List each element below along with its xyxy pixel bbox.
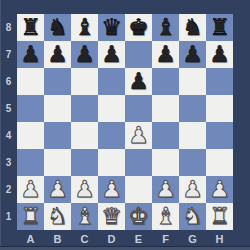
square-c8[interactable]: ♝: [71, 14, 98, 41]
white-pawn: ♟: [47, 176, 68, 203]
white-pawn: ♟: [155, 176, 176, 203]
white-pawn: ♟: [101, 176, 122, 203]
black-pawn: ♟: [209, 41, 230, 68]
square-a1[interactable]: ♜: [17, 203, 44, 230]
white-pawn: ♟: [182, 176, 203, 203]
square-e2[interactable]: [125, 176, 152, 203]
square-b3[interactable]: [44, 149, 71, 176]
square-g7[interactable]: ♟: [179, 41, 206, 68]
square-b4[interactable]: [44, 122, 71, 149]
square-f3[interactable]: [152, 149, 179, 176]
black-knight: ♞: [47, 14, 68, 41]
square-a8[interactable]: ♜: [17, 14, 44, 41]
square-h4[interactable]: [206, 122, 233, 149]
square-c4[interactable]: [71, 122, 98, 149]
white-pawn: ♟: [74, 176, 95, 203]
square-f7[interactable]: ♟: [152, 41, 179, 68]
black-pawn: ♟: [155, 41, 176, 68]
square-f5[interactable]: [152, 95, 179, 122]
square-a3[interactable]: [17, 149, 44, 176]
black-pawn: ♟: [47, 41, 68, 68]
square-e6[interactable]: ♟: [125, 68, 152, 95]
square-f1[interactable]: ♝: [152, 203, 179, 230]
rank-label-4: 4: [0, 122, 17, 149]
square-h6[interactable]: [206, 68, 233, 95]
black-knight: ♞: [182, 14, 203, 41]
black-rook: ♜: [20, 14, 41, 41]
square-b2[interactable]: ♟: [44, 176, 71, 203]
rank-label-1: 1: [0, 203, 17, 230]
square-a4[interactable]: [17, 122, 44, 149]
square-d4[interactable]: [98, 122, 125, 149]
square-c6[interactable]: [71, 68, 98, 95]
square-a5[interactable]: [17, 95, 44, 122]
white-rook: ♜: [20, 203, 41, 230]
chess-board: ♜♞♝♛♚♝♞♜♟♟♟♟♟♟♟♟♟♟♟♟♟♟♟♟♜♞♝♛♚♝♞♜: [17, 14, 233, 230]
square-e4[interactable]: ♟: [125, 122, 152, 149]
square-f4[interactable]: [152, 122, 179, 149]
black-bishop: ♝: [155, 14, 176, 41]
square-g8[interactable]: ♞: [179, 14, 206, 41]
square-h2[interactable]: ♟: [206, 176, 233, 203]
square-h3[interactable]: [206, 149, 233, 176]
file-labels: ABCDEFGH: [17, 231, 233, 247]
black-rook: ♜: [209, 14, 230, 41]
square-b7[interactable]: ♟: [44, 41, 71, 68]
square-g5[interactable]: [179, 95, 206, 122]
square-h5[interactable]: [206, 95, 233, 122]
square-c2[interactable]: ♟: [71, 176, 98, 203]
file-label-a: A: [17, 231, 44, 247]
square-c5[interactable]: [71, 95, 98, 122]
black-king: ♚: [128, 14, 149, 41]
square-e3[interactable]: [125, 149, 152, 176]
white-bishop: ♝: [74, 203, 95, 230]
file-label-h: H: [206, 231, 233, 247]
square-h8[interactable]: ♜: [206, 14, 233, 41]
file-label-b: B: [44, 231, 71, 247]
square-c7[interactable]: ♟: [71, 41, 98, 68]
square-e1[interactable]: ♚: [125, 203, 152, 230]
square-g6[interactable]: [179, 68, 206, 95]
square-f2[interactable]: ♟: [152, 176, 179, 203]
black-queen: ♛: [101, 14, 122, 41]
rank-label-7: 7: [0, 41, 17, 68]
square-d3[interactable]: [98, 149, 125, 176]
square-d2[interactable]: ♟: [98, 176, 125, 203]
white-pawn: ♟: [209, 176, 230, 203]
square-b5[interactable]: [44, 95, 71, 122]
black-pawn: ♟: [20, 41, 41, 68]
square-a7[interactable]: ♟: [17, 41, 44, 68]
square-e8[interactable]: ♚: [125, 14, 152, 41]
square-d1[interactable]: ♛: [98, 203, 125, 230]
file-label-f: F: [152, 231, 179, 247]
file-label-d: D: [98, 231, 125, 247]
white-king: ♚: [128, 203, 149, 230]
file-label-c: C: [71, 231, 98, 247]
square-g4[interactable]: [179, 122, 206, 149]
square-h1[interactable]: ♜: [206, 203, 233, 230]
white-pawn: ♟: [128, 122, 149, 149]
square-f6[interactable]: [152, 68, 179, 95]
white-knight: ♞: [182, 203, 203, 230]
rank-labels: 87654321: [0, 14, 17, 230]
black-pawn: ♟: [182, 41, 203, 68]
black-bishop: ♝: [74, 14, 95, 41]
square-g1[interactable]: ♞: [179, 203, 206, 230]
rank-label-5: 5: [0, 95, 17, 122]
black-pawn: ♟: [128, 68, 149, 95]
rank-label-2: 2: [0, 176, 17, 203]
square-a6[interactable]: [17, 68, 44, 95]
square-d8[interactable]: ♛: [98, 14, 125, 41]
rank-label-6: 6: [0, 68, 17, 95]
square-a2[interactable]: ♟: [17, 176, 44, 203]
square-e5[interactable]: [125, 95, 152, 122]
rank-label-3: 3: [0, 149, 17, 176]
black-pawn: ♟: [74, 41, 95, 68]
rank-label-8: 8: [0, 14, 17, 41]
chess-board-widget: 87654321 ♜♞♝♛♚♝♞♜♟♟♟♟♟♟♟♟♟♟♟♟♟♟♟♟♜♞♝♛♚♝♞…: [0, 0, 250, 250]
square-e7[interactable]: [125, 41, 152, 68]
white-knight: ♞: [47, 203, 68, 230]
white-pawn: ♟: [20, 176, 41, 203]
square-g2[interactable]: ♟: [179, 176, 206, 203]
square-d6[interactable]: [98, 68, 125, 95]
square-f8[interactable]: ♝: [152, 14, 179, 41]
square-h7[interactable]: ♟: [206, 41, 233, 68]
square-b6[interactable]: [44, 68, 71, 95]
square-b8[interactable]: ♞: [44, 14, 71, 41]
square-d5[interactable]: [98, 95, 125, 122]
square-g3[interactable]: [179, 149, 206, 176]
square-c3[interactable]: [71, 149, 98, 176]
square-b1[interactable]: ♞: [44, 203, 71, 230]
square-c1[interactable]: ♝: [71, 203, 98, 230]
white-rook: ♜: [209, 203, 230, 230]
black-pawn: ♟: [101, 41, 122, 68]
square-d7[interactable]: ♟: [98, 41, 125, 68]
white-queen: ♛: [101, 203, 122, 230]
file-label-g: G: [179, 231, 206, 247]
file-label-e: E: [125, 231, 152, 247]
white-bishop: ♝: [155, 203, 176, 230]
